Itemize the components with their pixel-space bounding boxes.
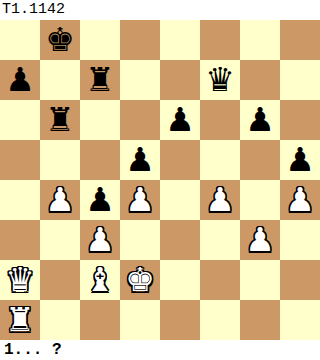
- square-c5[interactable]: [80, 140, 120, 180]
- piece-white-pawn[interactable]: ♟: [125, 180, 155, 220]
- piece-white-pawn[interactable]: ♟: [45, 180, 75, 220]
- square-d1[interactable]: [120, 300, 160, 340]
- square-h7[interactable]: [280, 60, 320, 100]
- puzzle-title: T1.1142: [0, 0, 320, 20]
- piece-black-king[interactable]: ♚: [45, 20, 75, 60]
- square-e6[interactable]: ♟: [160, 100, 200, 140]
- square-h3[interactable]: [280, 220, 320, 260]
- square-g7[interactable]: [240, 60, 280, 100]
- square-h1[interactable]: [280, 300, 320, 340]
- square-e7[interactable]: [160, 60, 200, 100]
- square-b4[interactable]: ♟: [40, 180, 80, 220]
- piece-white-pawn[interactable]: ♟: [205, 180, 235, 220]
- piece-white-pawn[interactable]: ♟: [245, 220, 275, 260]
- square-d6[interactable]: [120, 100, 160, 140]
- square-h5[interactable]: ♟: [280, 140, 320, 180]
- square-d2[interactable]: ♚: [120, 260, 160, 300]
- square-g8[interactable]: [240, 20, 280, 60]
- piece-white-rook[interactable]: ♜: [5, 300, 35, 340]
- square-e2[interactable]: [160, 260, 200, 300]
- square-a7[interactable]: ♟: [0, 60, 40, 100]
- move-prompt: 1... ?: [0, 340, 320, 360]
- square-a8[interactable]: [0, 20, 40, 60]
- square-b7[interactable]: [40, 60, 80, 100]
- piece-black-pawn[interactable]: ♟: [285, 140, 315, 180]
- piece-black-rook[interactable]: ♜: [85, 60, 115, 100]
- square-h6[interactable]: [280, 100, 320, 140]
- square-f7[interactable]: ♛: [200, 60, 240, 100]
- square-e4[interactable]: [160, 180, 200, 220]
- square-a5[interactable]: [0, 140, 40, 180]
- square-b2[interactable]: [40, 260, 80, 300]
- square-e3[interactable]: [160, 220, 200, 260]
- square-c7[interactable]: ♜: [80, 60, 120, 100]
- piece-white-queen[interactable]: ♛: [5, 260, 35, 300]
- square-c4[interactable]: ♟: [80, 180, 120, 220]
- square-f1[interactable]: [200, 300, 240, 340]
- square-h2[interactable]: [280, 260, 320, 300]
- square-d7[interactable]: [120, 60, 160, 100]
- square-f8[interactable]: [200, 20, 240, 60]
- piece-black-pawn[interactable]: ♟: [5, 60, 35, 100]
- piece-black-pawn[interactable]: ♟: [165, 100, 195, 140]
- square-d4[interactable]: ♟: [120, 180, 160, 220]
- square-a1[interactable]: ♜: [0, 300, 40, 340]
- piece-black-pawn[interactable]: ♟: [125, 140, 155, 180]
- chess-board: ♚♟♜♛♜♟♟♟♟♟♟♟♟♟♟♟♛♝♚♜: [0, 20, 320, 340]
- square-f4[interactable]: ♟: [200, 180, 240, 220]
- piece-black-queen[interactable]: ♛: [205, 60, 235, 100]
- square-c2[interactable]: ♝: [80, 260, 120, 300]
- square-a6[interactable]: [0, 100, 40, 140]
- piece-white-pawn[interactable]: ♟: [285, 180, 315, 220]
- square-e1[interactable]: [160, 300, 200, 340]
- square-c3[interactable]: ♟: [80, 220, 120, 260]
- piece-black-rook[interactable]: ♜: [45, 100, 75, 140]
- square-g2[interactable]: [240, 260, 280, 300]
- square-d8[interactable]: [120, 20, 160, 60]
- square-b8[interactable]: ♚: [40, 20, 80, 60]
- square-b3[interactable]: [40, 220, 80, 260]
- square-e5[interactable]: [160, 140, 200, 180]
- square-a4[interactable]: [0, 180, 40, 220]
- square-e8[interactable]: [160, 20, 200, 60]
- square-g6[interactable]: ♟: [240, 100, 280, 140]
- square-a2[interactable]: ♛: [0, 260, 40, 300]
- square-c8[interactable]: [80, 20, 120, 60]
- square-f2[interactable]: [200, 260, 240, 300]
- square-f6[interactable]: [200, 100, 240, 140]
- square-g5[interactable]: [240, 140, 280, 180]
- square-b6[interactable]: ♜: [40, 100, 80, 140]
- square-b5[interactable]: [40, 140, 80, 180]
- square-f5[interactable]: [200, 140, 240, 180]
- chess-puzzle-app: T1.1142 ♚♟♜♛♜♟♟♟♟♟♟♟♟♟♟♟♛♝♚♜ 1... ?: [0, 0, 320, 360]
- piece-white-bishop[interactable]: ♝: [85, 260, 115, 300]
- piece-white-pawn[interactable]: ♟: [85, 220, 115, 260]
- square-g3[interactable]: ♟: [240, 220, 280, 260]
- square-c6[interactable]: [80, 100, 120, 140]
- square-a3[interactable]: [0, 220, 40, 260]
- square-d3[interactable]: [120, 220, 160, 260]
- piece-black-pawn[interactable]: ♟: [245, 100, 275, 140]
- square-d5[interactable]: ♟: [120, 140, 160, 180]
- square-g4[interactable]: [240, 180, 280, 220]
- square-f3[interactable]: [200, 220, 240, 260]
- square-g1[interactable]: [240, 300, 280, 340]
- square-h4[interactable]: ♟: [280, 180, 320, 220]
- square-h8[interactable]: [280, 20, 320, 60]
- square-b1[interactable]: [40, 300, 80, 340]
- piece-white-king[interactable]: ♚: [125, 260, 155, 300]
- square-c1[interactable]: [80, 300, 120, 340]
- piece-black-pawn[interactable]: ♟: [85, 180, 115, 220]
